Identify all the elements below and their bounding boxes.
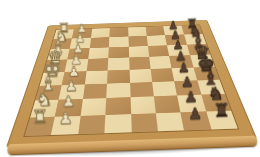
square[interactable] [129,57,151,70]
square[interactable] [86,58,108,71]
piece-black-rook[interactable]: ♜ [208,102,235,121]
square[interactable] [107,70,129,84]
square[interactable] [83,84,107,100]
square[interactable] [148,45,170,57]
square[interactable] [108,58,129,71]
square[interactable] [130,97,156,114]
piece-white-rook[interactable]: ♜ [27,108,54,127]
square[interactable] [106,83,130,99]
square[interactable] [152,81,177,96]
square[interactable]: ♟ [51,116,80,135]
piece-white-pawn[interactable]: ♟ [56,93,81,109]
square[interactable] [156,112,185,131]
square[interactable] [128,46,149,58]
square[interactable] [130,82,154,97]
square[interactable] [149,56,172,69]
square[interactable] [78,115,106,134]
square[interactable] [85,70,108,84]
square[interactable] [154,96,181,113]
piece-black-pawn[interactable]: ♟ [179,89,204,105]
chess-board[interactable]: ♜♟♟♜♞♟♟♞♝♟♟♝♛♟♟♛♚♟♟♚♝♟♟♝♞♟♟♞♜♟♟♜ [25,25,238,136]
piece-white-pawn[interactable]: ♟ [53,110,79,127]
piece-black-pawn[interactable]: ♟ [182,105,208,122]
square[interactable] [129,69,152,83]
square[interactable]: ♜ [206,110,238,129]
square[interactable] [131,113,158,132]
piece-black-pawn[interactable]: ♟ [176,74,200,89]
scene: ♜♟♟♜♞♟♟♞♝♟♟♝♛♟♟♛♚♟♟♚♝♟♟♝♞♟♟♞♜♟♟♜ [0,0,260,157]
photo-canvas: ♜♟♟♜♞♟♟♞♝♟♟♝♛♟♟♛♚♟♟♚♝♟♟♝♞♟♟♞♜♟♟♜ [0,0,260,157]
square[interactable]: ♟ [181,111,211,130]
square[interactable] [88,47,109,59]
square[interactable] [108,47,128,59]
square[interactable] [150,68,174,82]
square[interactable] [105,114,132,133]
board-frame: ♜♟♟♜♞♟♟♞♝♟♟♝♛♟♟♛♚♟♟♚♝♟♟♝♞♟♟♞♜♟♟♜ [6,20,258,148]
square[interactable] [80,98,106,115]
square[interactable] [106,97,131,114]
piece-white-pawn[interactable]: ♟ [60,78,84,93]
